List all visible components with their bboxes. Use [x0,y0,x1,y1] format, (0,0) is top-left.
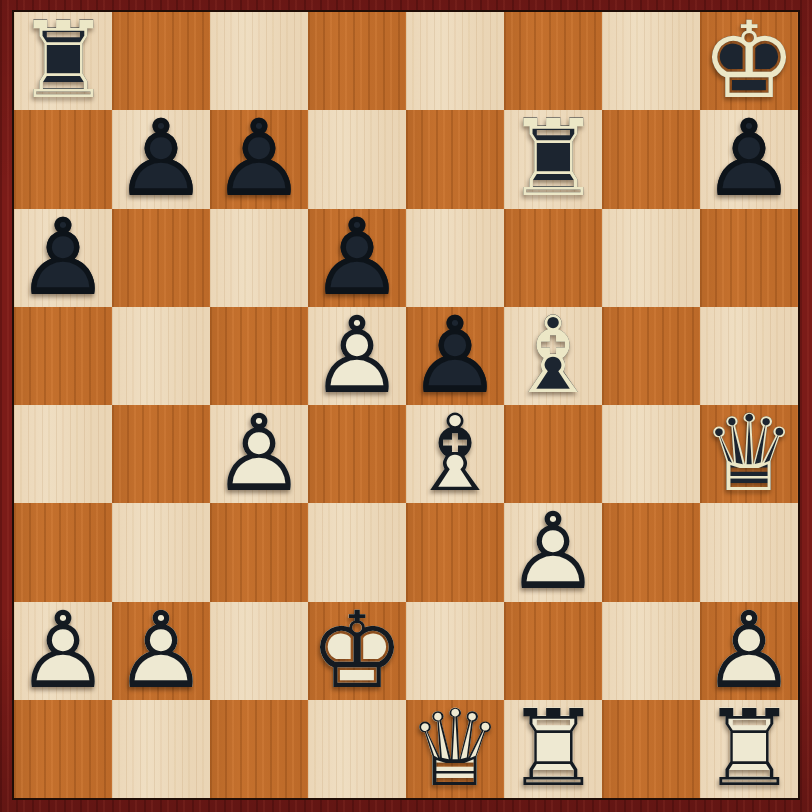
piece-glyph-outline: ♙ [700,110,798,208]
piece-black-pawn: ♟♙ [406,307,504,405]
square-e5[interactable]: ♟♙ [406,307,504,405]
piece-glyph-outline: ♔ [308,602,406,700]
piece-glyph-outline: ♖ [504,110,602,208]
square-b3[interactable] [112,503,210,601]
square-g8[interactable] [602,12,700,110]
piece-glyph-outline: ♖ [700,700,798,798]
square-a3[interactable] [14,503,112,601]
square-g3[interactable] [602,503,700,601]
piece-glyph-outline: ♙ [504,503,602,601]
square-e8[interactable] [406,12,504,110]
piece-white-pawn: ♟♙ [210,405,308,503]
piece-glyph-outline: ♙ [14,602,112,700]
square-d1[interactable] [308,700,406,798]
square-b4[interactable] [112,405,210,503]
piece-glyph-outline: ♙ [14,209,112,307]
square-b5[interactable] [112,307,210,405]
square-g5[interactable] [602,307,700,405]
piece-black-rook: ♜♖ [504,110,602,208]
square-f7[interactable]: ♜♖ [504,110,602,208]
square-a4[interactable] [14,405,112,503]
piece-glyph-outline: ♗ [504,307,602,405]
square-g7[interactable] [602,110,700,208]
square-g6[interactable] [602,209,700,307]
piece-glyph-outline: ♔ [700,12,798,110]
piece-glyph-outline: ♙ [308,209,406,307]
square-h3[interactable] [700,503,798,601]
piece-glyph-outline: ♖ [14,12,112,110]
square-b6[interactable] [112,209,210,307]
square-g4[interactable] [602,405,700,503]
square-d4[interactable] [308,405,406,503]
piece-glyph-outline: ♙ [308,307,406,405]
piece-black-pawn: ♟♙ [112,110,210,208]
square-a8[interactable]: ♜♖ [14,12,112,110]
piece-black-rook: ♜♖ [14,12,112,110]
piece-glyph-outline: ♗ [406,405,504,503]
chess-board: ♜♖♚♔♟♙♟♙♜♖♟♙♟♙♟♙♟♙♟♙♝♗♟♙♝♗♛♕♟♙♟♙♟♙♚♔♟♙♛♕… [12,10,800,800]
square-d3[interactable] [308,503,406,601]
square-d6[interactable]: ♟♙ [308,209,406,307]
square-f2[interactable] [504,602,602,700]
piece-black-bishop: ♝♗ [504,307,602,405]
square-c2[interactable] [210,602,308,700]
square-b2[interactable]: ♟♙ [112,602,210,700]
square-h6[interactable] [700,209,798,307]
piece-glyph-outline: ♙ [112,602,210,700]
piece-white-pawn: ♟♙ [112,602,210,700]
square-e1[interactable]: ♛♕ [406,700,504,798]
square-h8[interactable]: ♚♔ [700,12,798,110]
square-a6[interactable]: ♟♙ [14,209,112,307]
square-h7[interactable]: ♟♙ [700,110,798,208]
square-f1[interactable]: ♜♖ [504,700,602,798]
square-f3[interactable]: ♟♙ [504,503,602,601]
square-c4[interactable]: ♟♙ [210,405,308,503]
piece-white-king: ♚♔ [308,602,406,700]
piece-glyph-outline: ♙ [210,110,308,208]
square-g1[interactable] [602,700,700,798]
piece-glyph-outline: ♕ [406,700,504,798]
piece-glyph-outline: ♙ [406,307,504,405]
square-b1[interactable] [112,700,210,798]
piece-white-pawn: ♟♙ [14,602,112,700]
square-a1[interactable] [14,700,112,798]
square-h4[interactable]: ♛♕ [700,405,798,503]
piece-black-pawn: ♟♙ [308,209,406,307]
square-f5[interactable]: ♝♗ [504,307,602,405]
square-e7[interactable] [406,110,504,208]
square-e4[interactable]: ♝♗ [406,405,504,503]
square-f8[interactable] [504,12,602,110]
piece-white-rook: ♜♖ [504,700,602,798]
square-e6[interactable] [406,209,504,307]
piece-glyph-outline: ♙ [700,602,798,700]
square-f6[interactable] [504,209,602,307]
piece-white-queen: ♛♕ [406,700,504,798]
square-c8[interactable] [210,12,308,110]
square-f4[interactable] [504,405,602,503]
square-b8[interactable] [112,12,210,110]
square-d2[interactable]: ♚♔ [308,602,406,700]
square-c7[interactable]: ♟♙ [210,110,308,208]
piece-black-pawn: ♟♙ [210,110,308,208]
piece-glyph-outline: ♕ [700,405,798,503]
square-g2[interactable] [602,602,700,700]
piece-white-rook: ♜♖ [700,700,798,798]
square-a7[interactable] [14,110,112,208]
square-d5[interactable]: ♟♙ [308,307,406,405]
square-c5[interactable] [210,307,308,405]
piece-black-pawn: ♟♙ [700,110,798,208]
square-d7[interactable] [308,110,406,208]
piece-white-pawn: ♟♙ [504,503,602,601]
square-b7[interactable]: ♟♙ [112,110,210,208]
piece-black-king: ♚♔ [700,12,798,110]
square-d8[interactable] [308,12,406,110]
board-frame: ♜♖♚♔♟♙♟♙♜♖♟♙♟♙♟♙♟♙♟♙♝♗♟♙♝♗♛♕♟♙♟♙♟♙♚♔♟♙♛♕… [0,0,812,812]
piece-glyph-outline: ♖ [504,700,602,798]
piece-white-bishop: ♝♗ [406,405,504,503]
square-a2[interactable]: ♟♙ [14,602,112,700]
square-a5[interactable] [14,307,112,405]
square-e2[interactable] [406,602,504,700]
square-h5[interactable] [700,307,798,405]
piece-black-pawn: ♟♙ [14,209,112,307]
piece-white-pawn: ♟♙ [700,602,798,700]
square-c3[interactable] [210,503,308,601]
piece-glyph-outline: ♙ [210,405,308,503]
piece-white-pawn: ♟♙ [308,307,406,405]
square-c1[interactable] [210,700,308,798]
square-h2[interactable]: ♟♙ [700,602,798,700]
square-e3[interactable] [406,503,504,601]
square-h1[interactable]: ♜♖ [700,700,798,798]
square-c6[interactable] [210,209,308,307]
piece-glyph-outline: ♙ [112,110,210,208]
piece-black-queen: ♛♕ [700,405,798,503]
